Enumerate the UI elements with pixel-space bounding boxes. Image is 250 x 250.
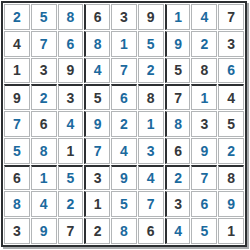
sudoku-cell-r8c9[interactable]: 9: [218, 191, 244, 217]
sudoku-board: 2586391474768159231394725869235687147649…: [1, 1, 247, 247]
sudoku-cell-r5c6[interactable]: 1: [138, 111, 164, 137]
sudoku-cell-r1c6[interactable]: 9: [138, 4, 164, 30]
sudoku-cell-r9c1[interactable]: 3: [4, 218, 30, 244]
sudoku-cell-r5c7[interactable]: 8: [165, 111, 191, 137]
sudoku-cell-r7c4[interactable]: 3: [84, 165, 110, 191]
sudoku-cell-r1c4[interactable]: 6: [84, 4, 110, 30]
sudoku-cell-r3c3[interactable]: 9: [58, 58, 84, 84]
sudoku-cell-r3c6[interactable]: 2: [138, 58, 164, 84]
sudoku-cell-r5c8[interactable]: 3: [191, 111, 217, 137]
sudoku-cell-r1c2[interactable]: 5: [31, 4, 57, 30]
sudoku-cell-r1c8[interactable]: 4: [191, 4, 217, 30]
sudoku-cell-r1c7[interactable]: 1: [165, 4, 191, 30]
sudoku-cell-r7c1[interactable]: 6: [4, 165, 30, 191]
sudoku-cell-r3c7[interactable]: 5: [165, 58, 191, 84]
sudoku-cell-r4c9[interactable]: 4: [218, 84, 244, 110]
sudoku-cell-r8c7[interactable]: 3: [165, 191, 191, 217]
sudoku-cell-r2c6[interactable]: 5: [138, 31, 164, 57]
sudoku-cell-r4c4[interactable]: 5: [84, 84, 110, 110]
sudoku-cell-r5c2[interactable]: 6: [31, 111, 57, 137]
sudoku-cell-r7c5[interactable]: 9: [111, 165, 137, 191]
sudoku-cell-r7c2[interactable]: 1: [31, 165, 57, 191]
sudoku-cell-r1c3[interactable]: 8: [58, 4, 84, 30]
sudoku-cell-r9c4[interactable]: 2: [84, 218, 110, 244]
sudoku-cell-r6c6[interactable]: 3: [138, 138, 164, 164]
sudoku-cell-r6c9[interactable]: 2: [218, 138, 244, 164]
sudoku-cell-r2c7[interactable]: 9: [165, 31, 191, 57]
sudoku-cell-r9c5[interactable]: 8: [111, 218, 137, 244]
sudoku-cell-r4c3[interactable]: 3: [58, 84, 84, 110]
sudoku-cell-r6c4[interactable]: 7: [84, 138, 110, 164]
sudoku-cell-r9c8[interactable]: 5: [191, 218, 217, 244]
sudoku-cell-r5c4[interactable]: 9: [84, 111, 110, 137]
sudoku-cell-r9c2[interactable]: 9: [31, 218, 57, 244]
sudoku-cell-r3c5[interactable]: 7: [111, 58, 137, 84]
sudoku-cell-r8c6[interactable]: 7: [138, 191, 164, 217]
sudoku-cell-r8c1[interactable]: 8: [4, 191, 30, 217]
sudoku-cell-r8c2[interactable]: 4: [31, 191, 57, 217]
sudoku-cell-r1c1[interactable]: 2: [4, 4, 30, 30]
sudoku-cell-r4c8[interactable]: 1: [191, 84, 217, 110]
sudoku-cell-r4c5[interactable]: 6: [111, 84, 137, 110]
sudoku-cell-r2c4[interactable]: 8: [84, 31, 110, 57]
sudoku-cell-r5c3[interactable]: 4: [58, 111, 84, 137]
sudoku-cell-r2c5[interactable]: 1: [111, 31, 137, 57]
sudoku-cell-r6c2[interactable]: 8: [31, 138, 57, 164]
sudoku-cell-r2c1[interactable]: 4: [4, 31, 30, 57]
sudoku-cell-r3c1[interactable]: 1: [4, 58, 30, 84]
sudoku-cell-r3c2[interactable]: 3: [31, 58, 57, 84]
sudoku-cell-r3c4[interactable]: 4: [84, 58, 110, 84]
sudoku-cell-r6c1[interactable]: 5: [4, 138, 30, 164]
sudoku-cell-r8c3[interactable]: 2: [58, 191, 84, 217]
sudoku-cell-r7c8[interactable]: 7: [191, 165, 217, 191]
sudoku-cell-r8c4[interactable]: 1: [84, 191, 110, 217]
sudoku-cell-r7c3[interactable]: 5: [58, 165, 84, 191]
sudoku-cell-r2c8[interactable]: 2: [191, 31, 217, 57]
sudoku-cell-r4c2[interactable]: 2: [31, 84, 57, 110]
sudoku-cell-r2c2[interactable]: 7: [31, 31, 57, 57]
sudoku-cell-r5c1[interactable]: 7: [4, 111, 30, 137]
sudoku-cell-r3c9[interactable]: 6: [218, 58, 244, 84]
sudoku-cell-r6c8[interactable]: 9: [191, 138, 217, 164]
sudoku-cell-r5c5[interactable]: 2: [111, 111, 137, 137]
sudoku-cell-r9c6[interactable]: 6: [138, 218, 164, 244]
sudoku-cell-r1c5[interactable]: 3: [111, 4, 137, 30]
sudoku-cell-r7c7[interactable]: 2: [165, 165, 191, 191]
sudoku-cell-r2c9[interactable]: 3: [218, 31, 244, 57]
sudoku-cell-r6c7[interactable]: 6: [165, 138, 191, 164]
sudoku-cell-r9c3[interactable]: 7: [58, 218, 84, 244]
sudoku-cell-r9c7[interactable]: 4: [165, 218, 191, 244]
sudoku-cell-r1c9[interactable]: 7: [218, 4, 244, 30]
sudoku-cell-r8c5[interactable]: 5: [111, 191, 137, 217]
sudoku-cell-r8c8[interactable]: 6: [191, 191, 217, 217]
sudoku-cell-r4c6[interactable]: 8: [138, 84, 164, 110]
sudoku-cell-r3c8[interactable]: 8: [191, 58, 217, 84]
sudoku-cell-r5c9[interactable]: 5: [218, 111, 244, 137]
sudoku-cell-r9c9[interactable]: 1: [218, 218, 244, 244]
sudoku-cell-r4c1[interactable]: 9: [4, 84, 30, 110]
sudoku-cell-r6c5[interactable]: 4: [111, 138, 137, 164]
sudoku-cell-r7c9[interactable]: 8: [218, 165, 244, 191]
sudoku-cell-r7c6[interactable]: 4: [138, 165, 164, 191]
sudoku-cell-r4c7[interactable]: 7: [165, 84, 191, 110]
sudoku-cell-r6c3[interactable]: 1: [58, 138, 84, 164]
sudoku-cell-r2c3[interactable]: 6: [58, 31, 84, 57]
